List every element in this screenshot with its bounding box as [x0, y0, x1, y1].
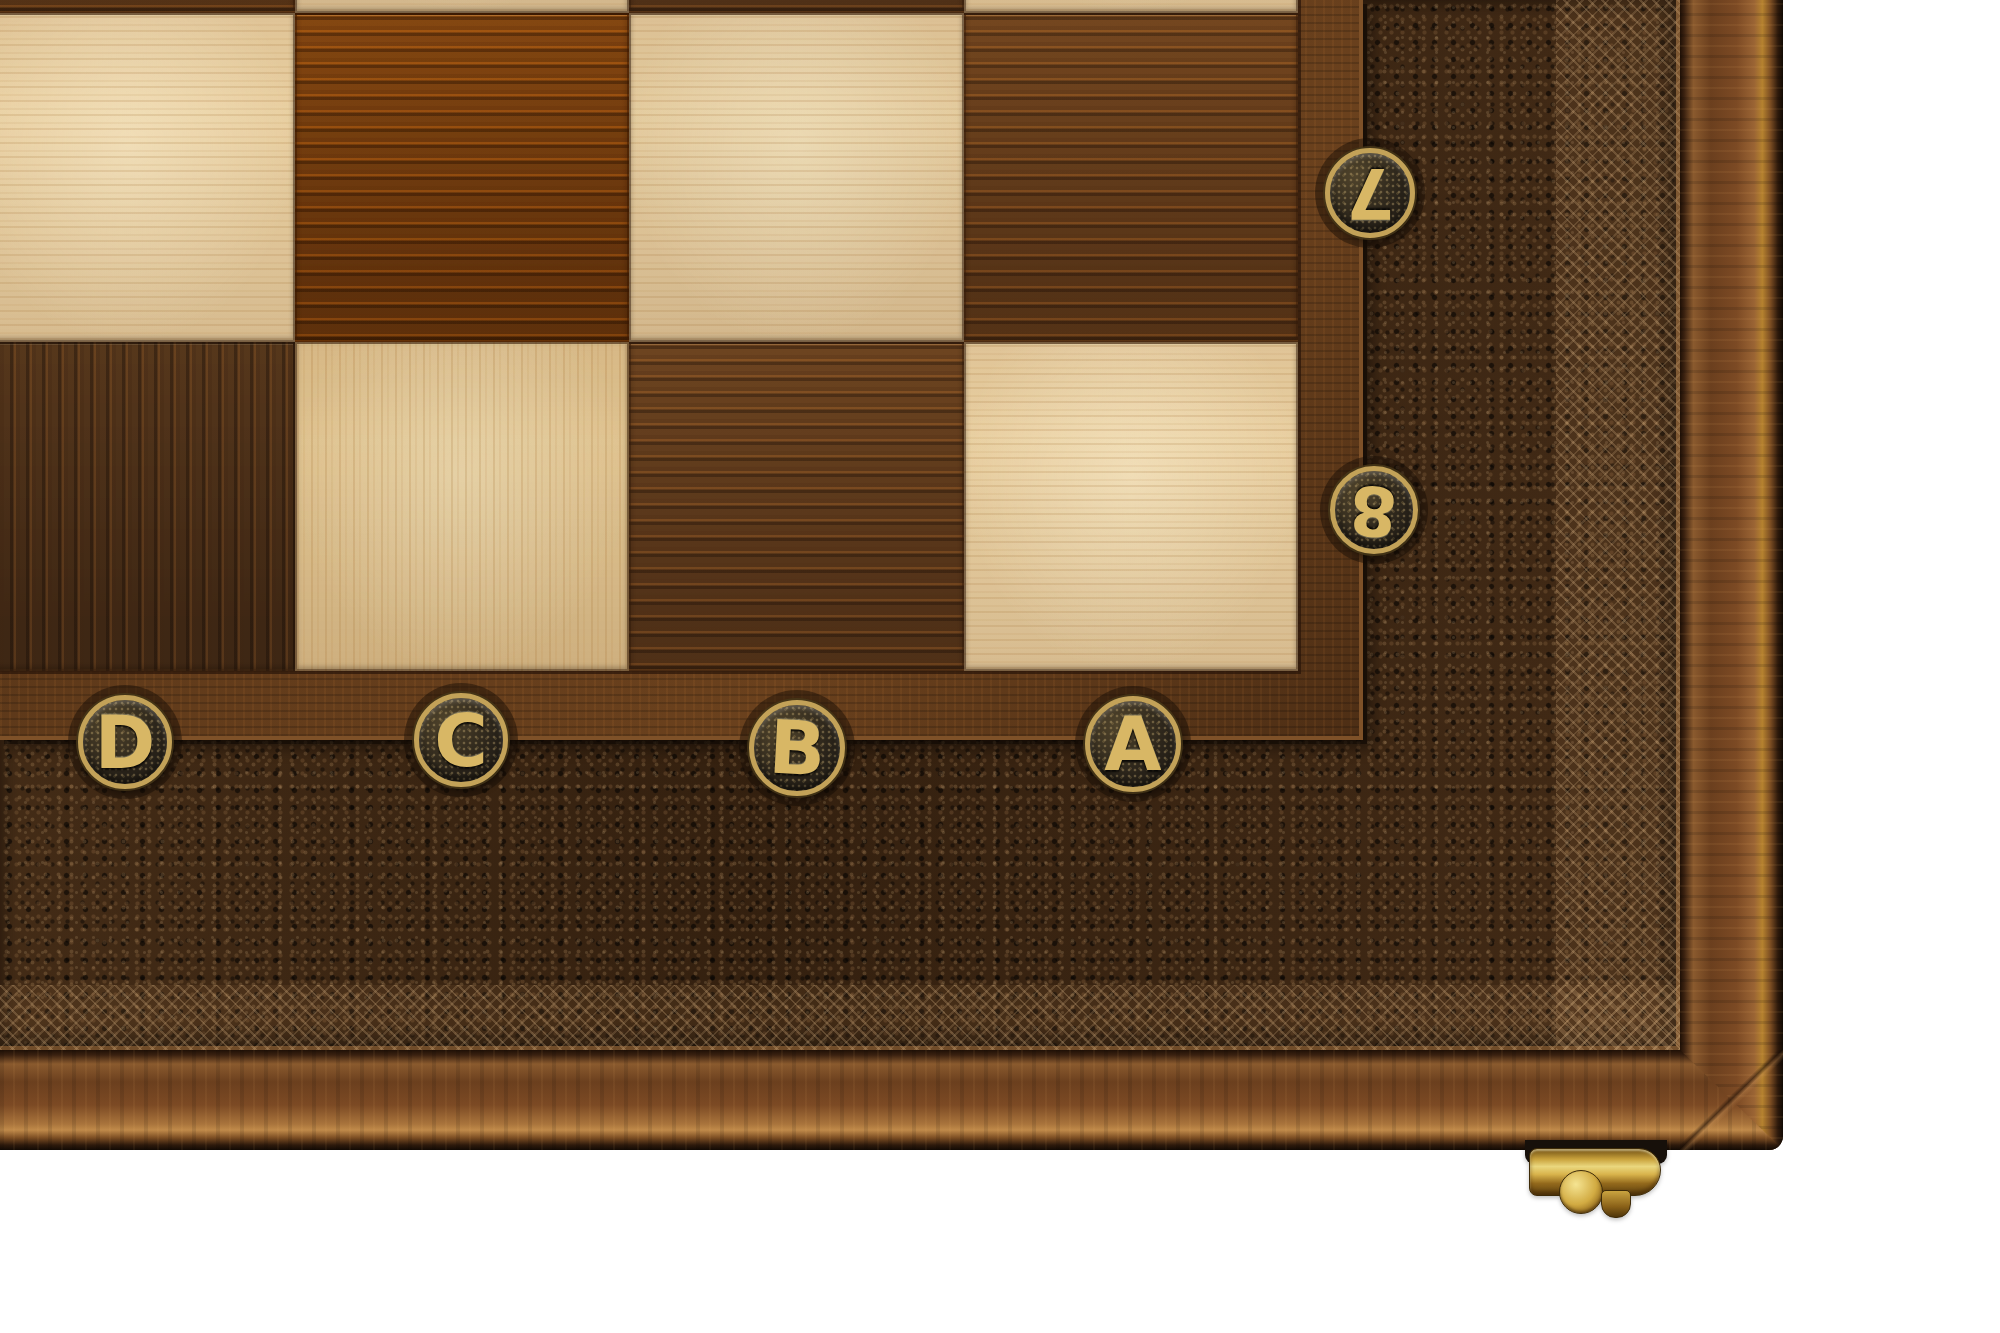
- coordinate-glyph-d: D: [95, 706, 156, 779]
- squares-grid: [0, 0, 1301, 674]
- crosshatch-band-bottom: [0, 985, 1680, 1050]
- square-a6[interactable]: [964, 0, 1299, 13]
- coordinate-glyph-b: B: [767, 710, 827, 787]
- latch-knob: [1559, 1170, 1603, 1214]
- coordinate-disc-a: A: [1085, 696, 1181, 792]
- brass-latch: [1515, 1140, 1680, 1225]
- coordinate-glyph-a: A: [1104, 707, 1161, 781]
- square-d7[interactable]: [0, 13, 295, 342]
- coordinate-disc-d: D: [78, 695, 172, 789]
- coordinate-glyph-8: 8: [1348, 474, 1400, 545]
- photo-scene: DCBA78: [0, 0, 2000, 1333]
- coordinate-disc-c: C: [414, 693, 508, 787]
- coordinate-glyph-c: C: [434, 704, 488, 777]
- square-a7[interactable]: [964, 13, 1299, 342]
- square-d6[interactable]: [0, 0, 295, 13]
- coordinate-disc-8: 8: [1330, 466, 1418, 554]
- coordinate-disc-7: 7: [1325, 148, 1415, 238]
- square-c7[interactable]: [295, 13, 630, 342]
- crosshatch-band-right: [1556, 0, 1680, 1050]
- outer-bevel-bottom: [0, 1050, 1783, 1150]
- square-c6[interactable]: [295, 0, 630, 13]
- square-d8[interactable]: [0, 342, 295, 671]
- outer-bevel-right: [1680, 0, 1783, 1150]
- square-b8[interactable]: [629, 342, 964, 671]
- square-b7[interactable]: [629, 13, 964, 342]
- latch-peg: [1601, 1190, 1631, 1218]
- chessboard-box: DCBA78: [0, 0, 1783, 1150]
- square-a8[interactable]: [964, 342, 1299, 671]
- square-c8[interactable]: [295, 342, 630, 671]
- square-b6[interactable]: [629, 0, 964, 13]
- coordinate-glyph-7: 7: [1346, 158, 1395, 228]
- coordinate-disc-b: B: [749, 700, 845, 796]
